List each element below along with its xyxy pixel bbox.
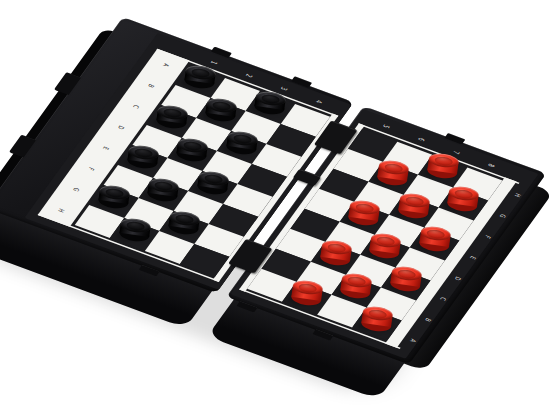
red-piece-E7[interactable] <box>369 232 402 260</box>
red-piece-B6[interactable] <box>377 159 410 187</box>
black-piece-E3[interactable] <box>196 170 229 196</box>
coordinate-label: C <box>421 287 465 310</box>
black-piece-C3[interactable] <box>225 130 258 156</box>
black-piece-H2[interactable] <box>118 217 151 243</box>
coordinate-label: D <box>436 267 480 290</box>
black-piece-F2[interactable] <box>147 177 180 203</box>
product-photo-scene: 1234 5678 ABCDEFGH HGFEDCBA <box>0 0 550 413</box>
red-piece-G7[interactable] <box>340 272 373 300</box>
coordinate-label: G <box>481 204 525 227</box>
red-piece-A7[interactable] <box>426 152 459 180</box>
black-piece-E1[interactable] <box>126 144 159 170</box>
red-piece-H6[interactable] <box>290 279 323 307</box>
coordinate-label: H <box>496 183 540 206</box>
black-piece-B2[interactable] <box>205 97 238 123</box>
red-piece-H8[interactable] <box>360 305 393 333</box>
coordinate-label: E <box>451 246 495 269</box>
red-piece-D6[interactable] <box>348 199 381 227</box>
black-piece-C1[interactable] <box>155 104 188 130</box>
black-piece-G1[interactable] <box>98 184 131 210</box>
red-piece-F6[interactable] <box>319 239 352 267</box>
red-piece-B8[interactable] <box>447 185 480 213</box>
coordinate-label: B <box>406 308 450 331</box>
black-piece-A1[interactable] <box>184 64 217 90</box>
red-piece-C7[interactable] <box>397 192 430 220</box>
red-piece-F8[interactable] <box>389 265 422 293</box>
black-piece-G3[interactable] <box>168 210 201 236</box>
red-piece-D8[interactable] <box>418 225 451 253</box>
black-piece-A3[interactable] <box>254 90 287 116</box>
black-piece-D2[interactable] <box>176 137 209 163</box>
coordinate-label: F <box>466 225 510 248</box>
